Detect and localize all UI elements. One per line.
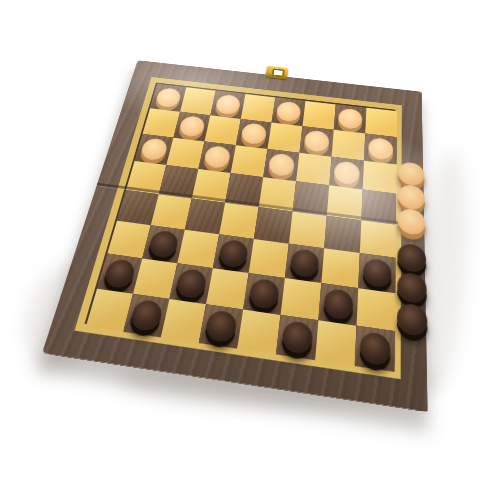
checker-dark[interactable] — [281, 320, 313, 355]
square-h6[interactable] — [358, 253, 396, 293]
square-c1[interactable] — [210, 91, 245, 119]
square-e8[interactable] — [237, 310, 280, 355]
square-c3[interactable] — [198, 141, 236, 173]
spare-checker-dark-2[interactable] — [397, 272, 427, 305]
checker-light[interactable] — [240, 122, 267, 145]
hinge-clasp[interactable] — [265, 66, 288, 80]
checker-dark[interactable] — [103, 258, 138, 289]
checker-dark[interactable] — [360, 331, 391, 366]
checker-dark[interactable] — [204, 309, 238, 343]
square-g2[interactable] — [332, 130, 366, 161]
checker-light[interactable] — [304, 130, 330, 153]
square-c4[interactable] — [192, 169, 231, 203]
square-d2[interactable] — [236, 119, 272, 149]
checker-dark[interactable] — [323, 288, 353, 321]
checker-light[interactable] — [139, 137, 169, 161]
square-d7[interactable] — [206, 268, 249, 309]
checker-dark[interactable] — [147, 230, 180, 259]
checker-dark[interactable] — [290, 248, 320, 278]
square-b5[interactable] — [151, 194, 192, 230]
checker-dark[interactable] — [248, 278, 280, 310]
square-g7[interactable] — [318, 283, 358, 326]
checker-light[interactable] — [333, 160, 360, 185]
checker-light[interactable] — [178, 115, 206, 138]
square-f3[interactable] — [296, 153, 331, 186]
square-e3[interactable] — [263, 149, 299, 181]
checker-light[interactable] — [215, 94, 242, 116]
square-e2[interactable] — [268, 122, 303, 152]
scene — [0, 0, 500, 500]
checker-light[interactable] — [268, 153, 296, 178]
square-g5[interactable] — [324, 216, 361, 253]
checker-light[interactable] — [276, 101, 302, 123]
square-c7[interactable] — [169, 263, 212, 304]
square-h8[interactable] — [355, 326, 395, 372]
square-e4[interactable] — [259, 177, 296, 211]
spare-checker-dark-1[interactable] — [397, 243, 426, 274]
checker-dark[interactable] — [129, 299, 164, 332]
square-d5[interactable] — [219, 203, 259, 239]
square-g3[interactable] — [329, 157, 364, 190]
spare-checker-light-1[interactable] — [398, 161, 425, 187]
square-f6[interactable] — [285, 244, 324, 283]
board-grid — [85, 82, 396, 369]
square-d6[interactable] — [213, 234, 254, 273]
photo-background: { "game": "checkers (English draughts)",… — [0, 0, 500, 500]
checker-dark[interactable] — [218, 239, 249, 269]
checker-dark[interactable] — [175, 268, 208, 299]
square-f2[interactable] — [299, 126, 333, 157]
square-b3[interactable] — [166, 138, 204, 169]
square-f7[interactable] — [281, 278, 322, 320]
square-c2[interactable] — [205, 115, 241, 145]
square-g1[interactable] — [334, 104, 367, 133]
checker-light[interactable] — [154, 87, 182, 108]
spare-checker-light-2[interactable] — [398, 184, 425, 211]
square-e6[interactable] — [249, 239, 289, 278]
square-d1[interactable] — [241, 94, 276, 122]
board-top-face — [42, 60, 427, 411]
checker-dark[interactable] — [363, 258, 392, 289]
checker-light[interactable] — [338, 108, 363, 130]
square-d3[interactable] — [231, 145, 268, 177]
square-g8[interactable] — [315, 320, 356, 366]
square-b8[interactable] — [123, 294, 169, 338]
square-e5[interactable] — [254, 207, 293, 244]
square-f1[interactable] — [303, 101, 336, 130]
spare-checker-dark-3[interactable] — [397, 302, 428, 337]
square-h3[interactable] — [363, 161, 397, 194]
square-h7[interactable] — [357, 288, 396, 331]
square-h2[interactable] — [364, 133, 397, 164]
square-h1[interactable] — [365, 108, 397, 137]
hinge-clasp-hole — [272, 68, 285, 77]
square-f5[interactable] — [289, 211, 327, 248]
square-f8[interactable] — [276, 315, 318, 360]
square-d8[interactable] — [199, 304, 243, 348]
checkers-box — [42, 60, 427, 411]
square-h5[interactable] — [360, 220, 396, 258]
square-e1[interactable] — [272, 97, 306, 126]
square-e7[interactable] — [243, 273, 285, 315]
spare-checker-light-3[interactable] — [398, 208, 426, 237]
square-f4[interactable] — [293, 181, 330, 216]
checker-light[interactable] — [203, 145, 232, 169]
checker-light[interactable] — [368, 137, 393, 161]
square-g6[interactable] — [321, 248, 359, 288]
